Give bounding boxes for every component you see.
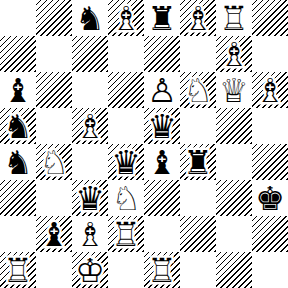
square-d3[interactable]: ♞♘ (108, 180, 144, 216)
square-c8[interactable]: ♞♞ (72, 0, 108, 36)
square-a8[interactable] (0, 0, 36, 36)
white-knight-f6: ♘ (180, 72, 216, 108)
square-e8[interactable]: ♜♜ (144, 0, 180, 36)
white-pawn-e6: ♙ (144, 72, 180, 108)
white-rook-d2: ♖ (108, 216, 144, 252)
black-rook-f4: ♜ (180, 144, 216, 180)
square-h1[interactable] (252, 252, 288, 288)
square-a4[interactable]: ♞♞ (0, 144, 36, 180)
square-f5[interactable] (180, 108, 216, 144)
square-a3[interactable] (0, 180, 36, 216)
white-bishop-c5: ♗ (72, 108, 108, 144)
white-bishop-g7: ♗ (216, 36, 252, 72)
square-e3[interactable] (144, 180, 180, 216)
square-d4[interactable]: ♛♛ (108, 144, 144, 180)
square-d6[interactable] (108, 72, 144, 108)
white-bishop-c2: ♗ (72, 216, 108, 252)
black-bishop-a6: ♝ (0, 72, 36, 108)
white-king-c1: ♔ (72, 252, 108, 288)
square-b3[interactable] (36, 180, 72, 216)
black-bishop-e4: ♝ (144, 144, 180, 180)
square-a2[interactable] (0, 216, 36, 252)
white-rook-e1: ♖ (144, 252, 180, 288)
square-b6[interactable] (36, 72, 72, 108)
square-g7[interactable]: ♝♗ (216, 36, 252, 72)
square-d7[interactable] (108, 36, 144, 72)
square-h4[interactable] (252, 144, 288, 180)
black-knight-a4: ♞ (0, 144, 36, 180)
square-c4[interactable] (72, 144, 108, 180)
square-h3[interactable]: ♚♚ (252, 180, 288, 216)
square-c2[interactable]: ♝♗ (72, 216, 108, 252)
square-d1[interactable] (108, 252, 144, 288)
square-e4[interactable]: ♝♝ (144, 144, 180, 180)
square-h6[interactable]: ♝♗ (252, 72, 288, 108)
square-g8[interactable]: ♜♖ (216, 0, 252, 36)
white-knight-d3: ♘ (108, 180, 144, 216)
square-g3[interactable] (216, 180, 252, 216)
square-b1[interactable] (36, 252, 72, 288)
square-e2[interactable] (144, 216, 180, 252)
square-g1[interactable] (216, 252, 252, 288)
white-bishop-d8: ♗ (108, 0, 144, 36)
square-d8[interactable]: ♝♗ (108, 0, 144, 36)
square-a5[interactable]: ♞♞ (0, 108, 36, 144)
square-c5[interactable]: ♝♗ (72, 108, 108, 144)
black-bishop-b2: ♝ (36, 216, 72, 252)
square-b8[interactable] (36, 0, 72, 36)
square-h2[interactable] (252, 216, 288, 252)
square-b7[interactable] (36, 36, 72, 72)
square-f1[interactable] (180, 252, 216, 288)
square-f3[interactable] (180, 180, 216, 216)
square-f6[interactable]: ♞♘ (180, 72, 216, 108)
black-queen-c3: ♛ (72, 180, 108, 216)
square-d5[interactable] (108, 108, 144, 144)
black-king-h3: ♚ (252, 180, 288, 216)
square-f8[interactable]: ♝♗ (180, 0, 216, 36)
white-bishop-h6: ♗ (252, 72, 288, 108)
square-e5[interactable]: ♛♛ (144, 108, 180, 144)
square-a1[interactable]: ♜♖ (0, 252, 36, 288)
square-a6[interactable]: ♝♝ (0, 72, 36, 108)
black-rook-e8: ♜ (144, 0, 180, 36)
white-knight-b4: ♘ (36, 144, 72, 180)
square-b5[interactable] (36, 108, 72, 144)
square-d2[interactable]: ♜♖ (108, 216, 144, 252)
square-e1[interactable]: ♜♖ (144, 252, 180, 288)
square-g4[interactable] (216, 144, 252, 180)
white-rook-g8: ♖ (216, 0, 252, 36)
white-bishop-f8: ♗ (180, 0, 216, 36)
black-queen-d4: ♛ (108, 144, 144, 180)
square-h7[interactable] (252, 36, 288, 72)
square-h5[interactable] (252, 108, 288, 144)
square-g5[interactable] (216, 108, 252, 144)
black-knight-c8: ♞ (72, 0, 108, 36)
square-e7[interactable] (144, 36, 180, 72)
square-b2[interactable]: ♝♝ (36, 216, 72, 252)
square-c3[interactable]: ♛♛ (72, 180, 108, 216)
square-c1[interactable]: ♚♔ (72, 252, 108, 288)
square-f4[interactable]: ♜♜ (180, 144, 216, 180)
square-c7[interactable] (72, 36, 108, 72)
square-c6[interactable] (72, 72, 108, 108)
square-e6[interactable]: ♟♙ (144, 72, 180, 108)
square-f2[interactable] (180, 216, 216, 252)
square-h8[interactable] (252, 0, 288, 36)
black-queen-e5: ♛ (144, 108, 180, 144)
white-rook-a1: ♖ (0, 252, 36, 288)
square-f7[interactable] (180, 36, 216, 72)
white-queen-g6: ♕ (216, 72, 252, 108)
chess-board: ♞♞♝♗♜♜♝♗♜♖♝♗♝♝♟♙♞♘♛♕♝♗♞♞♝♗♛♛♞♞♞♘♛♛♝♝♜♜♛♛… (0, 0, 288, 288)
square-g2[interactable] (216, 216, 252, 252)
square-b4[interactable]: ♞♘ (36, 144, 72, 180)
black-knight-a5: ♞ (0, 108, 36, 144)
square-a7[interactable] (0, 36, 36, 72)
square-g6[interactable]: ♛♕ (216, 72, 252, 108)
